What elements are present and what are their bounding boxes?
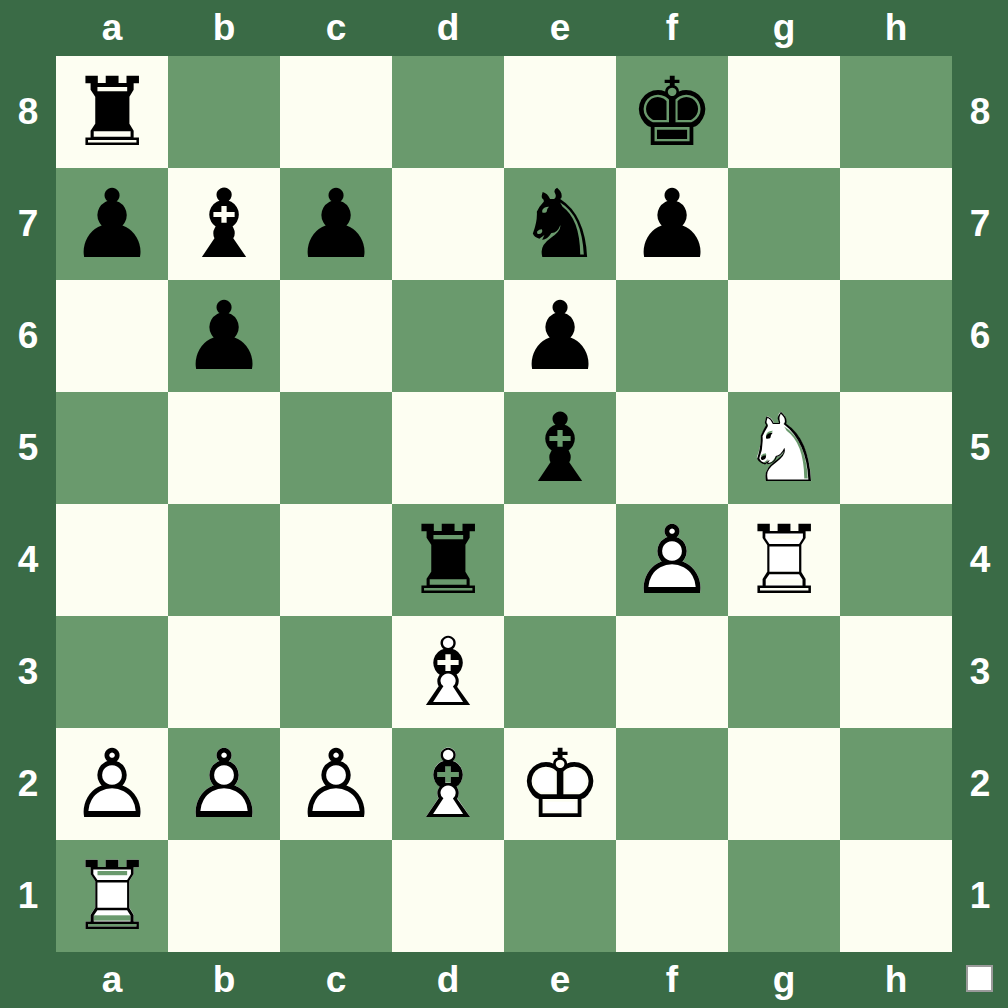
square-f3[interactable] — [616, 616, 728, 728]
square-h8[interactable] — [840, 56, 952, 168]
chessboard: ♜♚♟♝♟♞♟♟♟♝♞♘♜♟♙♜♖♝♗♟♙♟♙♟♙♝♗♚♔♜♖ — [56, 56, 952, 952]
black-pawn-glyph: ♟ — [616, 168, 728, 280]
white-pawn: ♟♙ — [280, 728, 392, 840]
black-bishop-glyph: ♝ — [504, 392, 616, 504]
file-label-a-bottom: a — [56, 952, 168, 1008]
black-pawn-glyph: ♟ — [504, 280, 616, 392]
black-rook: ♜ — [56, 56, 168, 168]
square-e6[interactable]: ♟ — [504, 280, 616, 392]
square-f5[interactable] — [616, 392, 728, 504]
rank-labels-left: 87654321 — [0, 56, 56, 952]
rank-label-5-left: 5 — [0, 392, 56, 504]
file-label-b-bottom: b — [168, 952, 280, 1008]
square-b4[interactable] — [168, 504, 280, 616]
file-label-g-bottom: g — [728, 952, 840, 1008]
file-label-e-bottom: e — [504, 952, 616, 1008]
square-e3[interactable] — [504, 616, 616, 728]
square-e4[interactable] — [504, 504, 616, 616]
square-c2[interactable]: ♟♙ — [280, 728, 392, 840]
resize-handle[interactable] — [966, 965, 993, 992]
white-knight: ♞♘ — [728, 392, 840, 504]
square-b5[interactable] — [168, 392, 280, 504]
white-pawn: ♟♙ — [168, 728, 280, 840]
rank-label-4-right: 4 — [952, 504, 1008, 616]
white-bishop-outline: ♗ — [392, 616, 504, 728]
square-a1[interactable]: ♜♖ — [56, 840, 168, 952]
rank-label-3-right: 3 — [952, 616, 1008, 728]
square-h1[interactable] — [840, 840, 952, 952]
file-labels-top: abcdefgh — [56, 0, 952, 56]
rank-label-8-right: 8 — [952, 56, 1008, 168]
square-h2[interactable] — [840, 728, 952, 840]
file-label-a-top: a — [56, 0, 168, 56]
square-g6[interactable] — [728, 280, 840, 392]
rank-label-6-left: 6 — [0, 280, 56, 392]
black-pawn-glyph: ♟ — [280, 168, 392, 280]
square-d5[interactable] — [392, 392, 504, 504]
black-knight-glyph: ♞ — [504, 168, 616, 280]
square-h4[interactable] — [840, 504, 952, 616]
rank-label-5-right: 5 — [952, 392, 1008, 504]
square-f4[interactable]: ♟♙ — [616, 504, 728, 616]
rank-label-8-left: 8 — [0, 56, 56, 168]
rank-label-1-right: 1 — [952, 840, 1008, 952]
rank-labels-right: 87654321 — [952, 56, 1008, 952]
file-label-e-top: e — [504, 0, 616, 56]
rank-label-2-left: 2 — [0, 728, 56, 840]
white-pawn-outline: ♙ — [616, 504, 728, 616]
square-c3[interactable] — [280, 616, 392, 728]
file-label-h-bottom: h — [840, 952, 952, 1008]
rank-label-2-right: 2 — [952, 728, 1008, 840]
file-label-d-top: d — [392, 0, 504, 56]
square-c7[interactable]: ♟ — [280, 168, 392, 280]
black-knight: ♞ — [504, 168, 616, 280]
file-label-b-top: b — [168, 0, 280, 56]
white-rook-outline: ♖ — [56, 840, 168, 952]
black-pawn: ♟ — [616, 168, 728, 280]
square-a6[interactable] — [56, 280, 168, 392]
file-label-h-top: h — [840, 0, 952, 56]
square-e5[interactable]: ♝ — [504, 392, 616, 504]
square-f7[interactable]: ♟ — [616, 168, 728, 280]
square-d4[interactable]: ♜ — [392, 504, 504, 616]
square-c5[interactable] — [280, 392, 392, 504]
file-label-f-top: f — [616, 0, 728, 56]
rank-label-1-left: 1 — [0, 840, 56, 952]
square-f6[interactable] — [616, 280, 728, 392]
white-pawn: ♟♙ — [616, 504, 728, 616]
square-d8[interactable] — [392, 56, 504, 168]
file-label-g-top: g — [728, 0, 840, 56]
rank-label-7-left: 7 — [0, 168, 56, 280]
black-king: ♚ — [616, 56, 728, 168]
white-pawn-outline: ♙ — [56, 728, 168, 840]
file-label-c-top: c — [280, 0, 392, 56]
black-rook-glyph: ♜ — [392, 504, 504, 616]
white-rook: ♜♖ — [56, 840, 168, 952]
black-king-glyph: ♚ — [616, 56, 728, 168]
white-bishop: ♝♗ — [392, 728, 504, 840]
black-pawn: ♟ — [504, 280, 616, 392]
square-c8[interactable] — [280, 56, 392, 168]
black-pawn-glyph: ♟ — [56, 168, 168, 280]
square-h7[interactable] — [840, 168, 952, 280]
square-c4[interactable] — [280, 504, 392, 616]
white-bishop-outline: ♗ — [392, 728, 504, 840]
file-label-d-bottom: d — [392, 952, 504, 1008]
square-a2[interactable]: ♟♙ — [56, 728, 168, 840]
square-e8[interactable] — [504, 56, 616, 168]
square-f1[interactable] — [616, 840, 728, 952]
square-c6[interactable] — [280, 280, 392, 392]
white-knight-outline: ♘ — [728, 392, 840, 504]
rank-label-7-right: 7 — [952, 168, 1008, 280]
white-pawn: ♟♙ — [56, 728, 168, 840]
white-king: ♚♔ — [504, 728, 616, 840]
square-d3[interactable]: ♝♗ — [392, 616, 504, 728]
white-pawn-outline: ♙ — [168, 728, 280, 840]
black-pawn: ♟ — [168, 280, 280, 392]
square-g3[interactable] — [728, 616, 840, 728]
black-pawn-glyph: ♟ — [168, 280, 280, 392]
square-d2[interactable]: ♝♗ — [392, 728, 504, 840]
square-h6[interactable] — [840, 280, 952, 392]
black-bishop-glyph: ♝ — [168, 168, 280, 280]
square-d7[interactable] — [392, 168, 504, 280]
square-g5[interactable]: ♞♘ — [728, 392, 840, 504]
rank-label-3-left: 3 — [0, 616, 56, 728]
square-e7[interactable]: ♞ — [504, 168, 616, 280]
square-g2[interactable] — [728, 728, 840, 840]
square-d6[interactable] — [392, 280, 504, 392]
square-g4[interactable]: ♜♖ — [728, 504, 840, 616]
black-bishop: ♝ — [504, 392, 616, 504]
black-rook: ♜ — [392, 504, 504, 616]
black-bishop: ♝ — [168, 168, 280, 280]
square-b3[interactable] — [168, 616, 280, 728]
white-rook: ♜♖ — [728, 504, 840, 616]
square-e2[interactable]: ♚♔ — [504, 728, 616, 840]
file-label-c-bottom: c — [280, 952, 392, 1008]
square-b2[interactable]: ♟♙ — [168, 728, 280, 840]
square-a3[interactable] — [56, 616, 168, 728]
square-a7[interactable]: ♟ — [56, 168, 168, 280]
file-labels-bottom: abcdefgh — [56, 952, 952, 1008]
rank-label-6-right: 6 — [952, 280, 1008, 392]
square-h5[interactable] — [840, 392, 952, 504]
square-a5[interactable] — [56, 392, 168, 504]
square-b7[interactable]: ♝ — [168, 168, 280, 280]
square-c1[interactable] — [280, 840, 392, 952]
square-g8[interactable] — [728, 56, 840, 168]
square-a8[interactable]: ♜ — [56, 56, 168, 168]
black-rook-glyph: ♜ — [56, 56, 168, 168]
white-bishop: ♝♗ — [392, 616, 504, 728]
square-b6[interactable]: ♟ — [168, 280, 280, 392]
square-a4[interactable] — [56, 504, 168, 616]
chessboard-frame: abcdefgh 87654321 ♜♚♟♝♟♞♟♟♟♝♞♘♜♟♙♜♖♝♗♟♙♟… — [0, 0, 1008, 1008]
square-g1[interactable] — [728, 840, 840, 952]
black-pawn: ♟ — [56, 168, 168, 280]
white-pawn-outline: ♙ — [280, 728, 392, 840]
square-g7[interactable] — [728, 168, 840, 280]
white-king-outline: ♔ — [504, 728, 616, 840]
black-pawn: ♟ — [280, 168, 392, 280]
white-rook-outline: ♖ — [728, 504, 840, 616]
square-f8[interactable]: ♚ — [616, 56, 728, 168]
file-label-f-bottom: f — [616, 952, 728, 1008]
square-f2[interactable] — [616, 728, 728, 840]
square-b1[interactable] — [168, 840, 280, 952]
square-h3[interactable] — [840, 616, 952, 728]
square-e1[interactable] — [504, 840, 616, 952]
rank-label-4-left: 4 — [0, 504, 56, 616]
square-b8[interactable] — [168, 56, 280, 168]
square-d1[interactable] — [392, 840, 504, 952]
